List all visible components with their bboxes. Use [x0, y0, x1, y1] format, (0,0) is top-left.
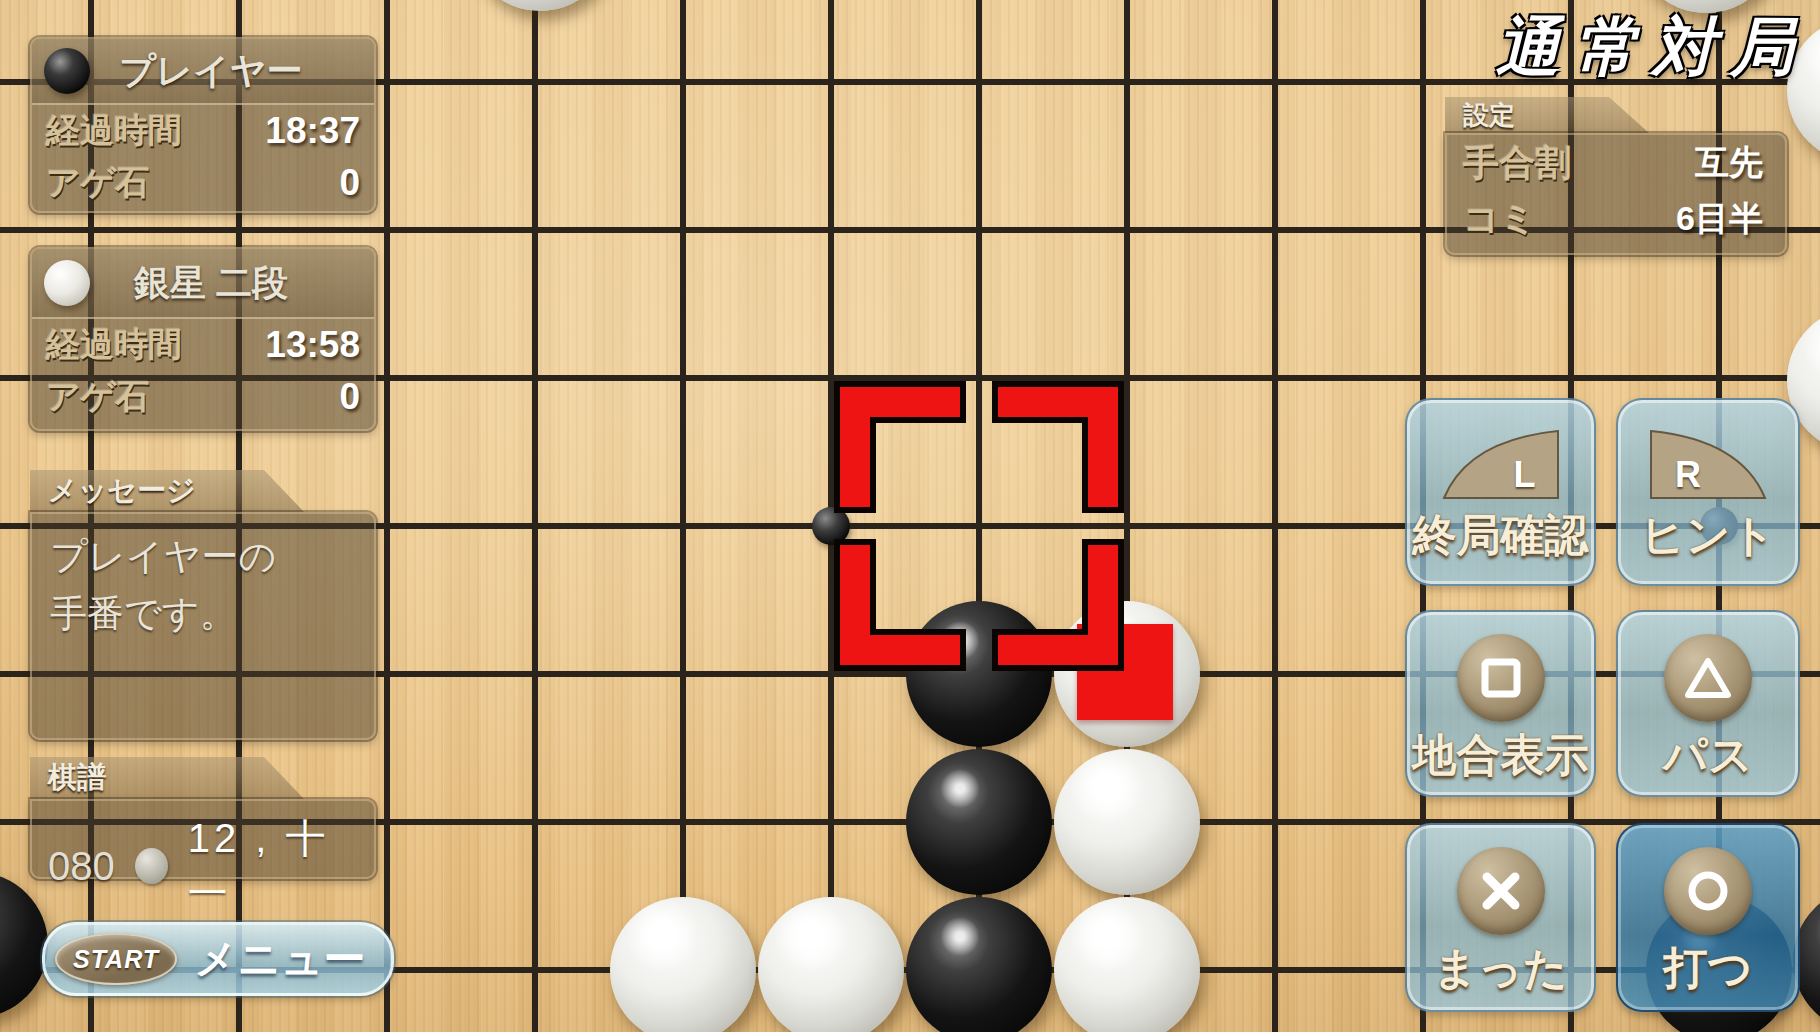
page-title: 通常対局 [1496, 4, 1808, 91]
time-label: 経過時間 [46, 108, 182, 154]
player-black-captures-row: アゲ石 0 [32, 157, 374, 209]
settings-panel: 手合割 互先 コミ 6目半 [1445, 133, 1787, 255]
message-tab: メッセージ [30, 470, 304, 512]
time-label: 経過時間 [46, 322, 182, 368]
start-badge-label: START [73, 945, 159, 974]
play-label: 打つ [1663, 939, 1752, 998]
cross-icon [1457, 847, 1545, 935]
territory-label: 地合表示 [1413, 726, 1589, 785]
grid-vline-5 [680, 0, 686, 1032]
white-stone-clipped [467, 0, 613, 11]
territory-button[interactable]: 地合表示 [1405, 610, 1596, 797]
move-stone-icon [135, 848, 168, 884]
handicap-label: 手合割 [1463, 139, 1571, 188]
message-tab-label: メッセージ [48, 471, 196, 511]
settings-tab-label: 設定 [1463, 98, 1515, 133]
player-white-captures-row: アゲ石 0 [32, 371, 374, 423]
pass-label: パス [1663, 726, 1753, 785]
confirm-end-button[interactable]: L 終局確認 [1405, 398, 1596, 586]
undo-label: まった [1433, 939, 1568, 998]
game-screen: プレイヤー 経過時間 18:37 アゲ石 0 銀星 二段 経過時間 13:58 … [0, 0, 1820, 1032]
hint-label: ヒント [1640, 506, 1775, 565]
komi-value: 6目半 [1676, 196, 1763, 242]
message-line-1: プレイヤーの [50, 528, 356, 585]
move-number: 080 [48, 844, 115, 889]
square-icon [1457, 634, 1545, 722]
black-stone-icon [44, 48, 90, 94]
r-shoulder-icon: R [1647, 426, 1769, 502]
settings-tab: 設定 [1445, 97, 1649, 133]
white-stone [610, 897, 756, 1032]
handicap-row: 手合割 互先 [1447, 135, 1785, 191]
menu-button[interactable]: START メニュー [42, 922, 394, 996]
triangle-icon [1664, 634, 1752, 722]
player-black-time-row: 経過時間 18:37 [32, 105, 374, 157]
record-tab-label: 棋譜 [48, 758, 106, 798]
record-panel: 080 12 , 十一 [30, 799, 376, 879]
grid-vline-3 [384, 0, 390, 1032]
player-white-panel: 銀星 二段 経過時間 13:58 アゲ石 0 [30, 247, 376, 431]
r-shoulder-letter: R [1675, 454, 1701, 496]
l-shoulder-icon: L [1440, 426, 1562, 502]
undo-button[interactable]: まった [1405, 823, 1596, 1012]
handicap-value: 互先 [1695, 140, 1763, 186]
black-stone [906, 749, 1052, 895]
grid-vline-4 [532, 0, 538, 1032]
captures-value: 0 [339, 162, 360, 204]
message-panel: プレイヤーの 手番です。 [30, 512, 376, 740]
player-black-name: プレイヤー [100, 47, 362, 96]
record-row: 080 12 , 十一 [32, 801, 374, 931]
time-value: 18:37 [265, 110, 360, 152]
l-shoulder-letter: L [1514, 454, 1536, 496]
start-button-icon: START [55, 933, 177, 985]
record-tab: 棋譜 [30, 757, 304, 799]
message-line-2: 手番です。 [50, 585, 356, 642]
captures-label: アゲ石 [46, 160, 150, 206]
player-white-time-row: 経過時間 13:58 [32, 319, 374, 371]
circle-icon [1664, 847, 1752, 935]
time-value: 13:58 [265, 324, 360, 366]
player-black-panel: プレイヤー 経過時間 18:37 アゲ石 0 [30, 37, 376, 213]
menu-button-label: メニュー [177, 931, 391, 987]
player-white-header: 銀星 二段 [32, 249, 374, 319]
white-stone [758, 897, 904, 1032]
message-text: プレイヤーの 手番です。 [32, 514, 374, 657]
captures-value: 0 [339, 376, 360, 418]
black-stone [906, 601, 1052, 747]
white-stone-icon [44, 260, 90, 306]
star-point [812, 507, 850, 545]
last-move-marker [1077, 624, 1173, 720]
player-black-header: プレイヤー [32, 39, 374, 105]
captures-label: アゲ石 [46, 374, 150, 420]
white-stone [1054, 897, 1200, 1032]
komi-label: コミ [1463, 195, 1537, 244]
black-stone [906, 897, 1052, 1032]
hint-button[interactable]: R ヒント [1616, 398, 1800, 586]
pass-button[interactable]: パス [1616, 610, 1800, 797]
confirm-end-label: 終局確認 [1413, 506, 1589, 565]
white-stone [1054, 749, 1200, 895]
komi-row: コミ 6目半 [1447, 191, 1785, 247]
move-coordinate: 12 , 十一 [188, 811, 358, 921]
player-white-name: 銀星 二段 [100, 259, 362, 308]
play-button[interactable]: 打つ [1616, 823, 1800, 1012]
grid-vline-9 [1272, 0, 1278, 1032]
